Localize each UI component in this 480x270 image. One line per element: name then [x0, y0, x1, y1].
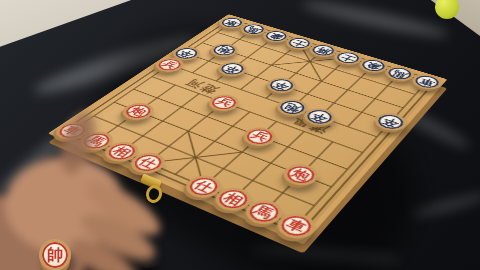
piece-in-hand-red-general[interactable]: 帥 — [39, 239, 71, 270]
piece-char: 炮 — [282, 102, 303, 113]
marble-vein — [300, 0, 450, 41]
piece-char: 帥 — [47, 247, 63, 263]
piece-char: 車 — [284, 217, 309, 234]
piece-char: 象 — [364, 61, 383, 71]
piece-char: 卒 — [380, 116, 401, 128]
piece-char: 炮 — [289, 168, 312, 183]
piece-char: 馬 — [245, 25, 263, 33]
piece-char: 士 — [339, 53, 357, 62]
piece-char: 兵 — [249, 130, 271, 143]
piece-char: 卒 — [223, 64, 242, 74]
piece-char: 卒 — [271, 80, 291, 90]
piece-char: 士 — [290, 39, 308, 48]
piece-char: 象 — [267, 32, 285, 40]
piece-char: 炮 — [215, 45, 234, 54]
piece-char: 相 — [221, 191, 246, 207]
piece-char: 馬 — [252, 204, 277, 220]
photo-scene: 楚河 漢界 車馬象士將士象馬車炮卒卒卒卒炮卒兵兵兵炮炮車馬相仕仕相馬車 帥 — [0, 0, 480, 270]
piece-char: 馬 — [390, 68, 409, 78]
piece-char: 將 — [314, 46, 332, 55]
piece-char: 兵 — [160, 60, 180, 70]
marble-vein — [410, 190, 480, 220]
piece-char: 車 — [223, 19, 241, 27]
player-hand — [0, 85, 220, 270]
piece-char: 卒 — [177, 49, 196, 58]
piece-char: 卒 — [309, 111, 330, 123]
piece-char: 車 — [417, 77, 436, 87]
